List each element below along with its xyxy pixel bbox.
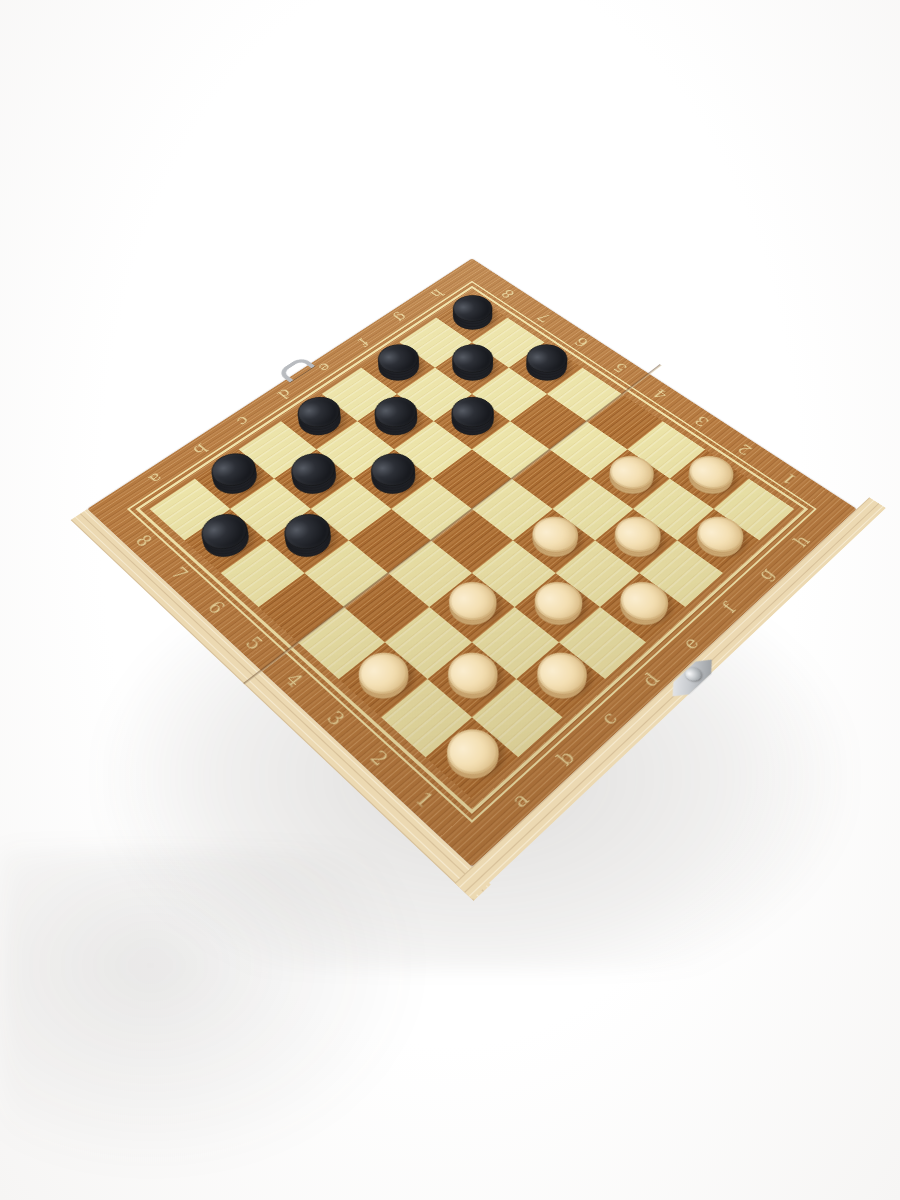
floor-shade [0, 850, 430, 1180]
checker-white-g3[interactable] [591, 449, 670, 509]
checker-white-a3[interactable] [339, 642, 428, 717]
checker-white-h2[interactable] [670, 449, 749, 509]
checker-black-h6[interactable] [509, 342, 583, 394]
photo-canvas: aabbccddeeffgghh8877665544332211 [0, 0, 900, 1200]
checker-white-d2[interactable] [515, 573, 600, 642]
checker-black-f8[interactable] [361, 342, 435, 394]
checker-black-h8[interactable] [436, 294, 507, 342]
checker-black-b8[interactable] [195, 449, 274, 509]
checker-black-f6[interactable] [434, 394, 510, 449]
checker-top-face [438, 644, 507, 702]
checker-top-face [688, 510, 752, 560]
checker-white-g1[interactable] [677, 509, 759, 573]
checker-white-c1[interactable] [516, 642, 605, 717]
checker-white-f2[interactable] [595, 509, 677, 573]
checker-white-a1[interactable] [426, 717, 519, 799]
